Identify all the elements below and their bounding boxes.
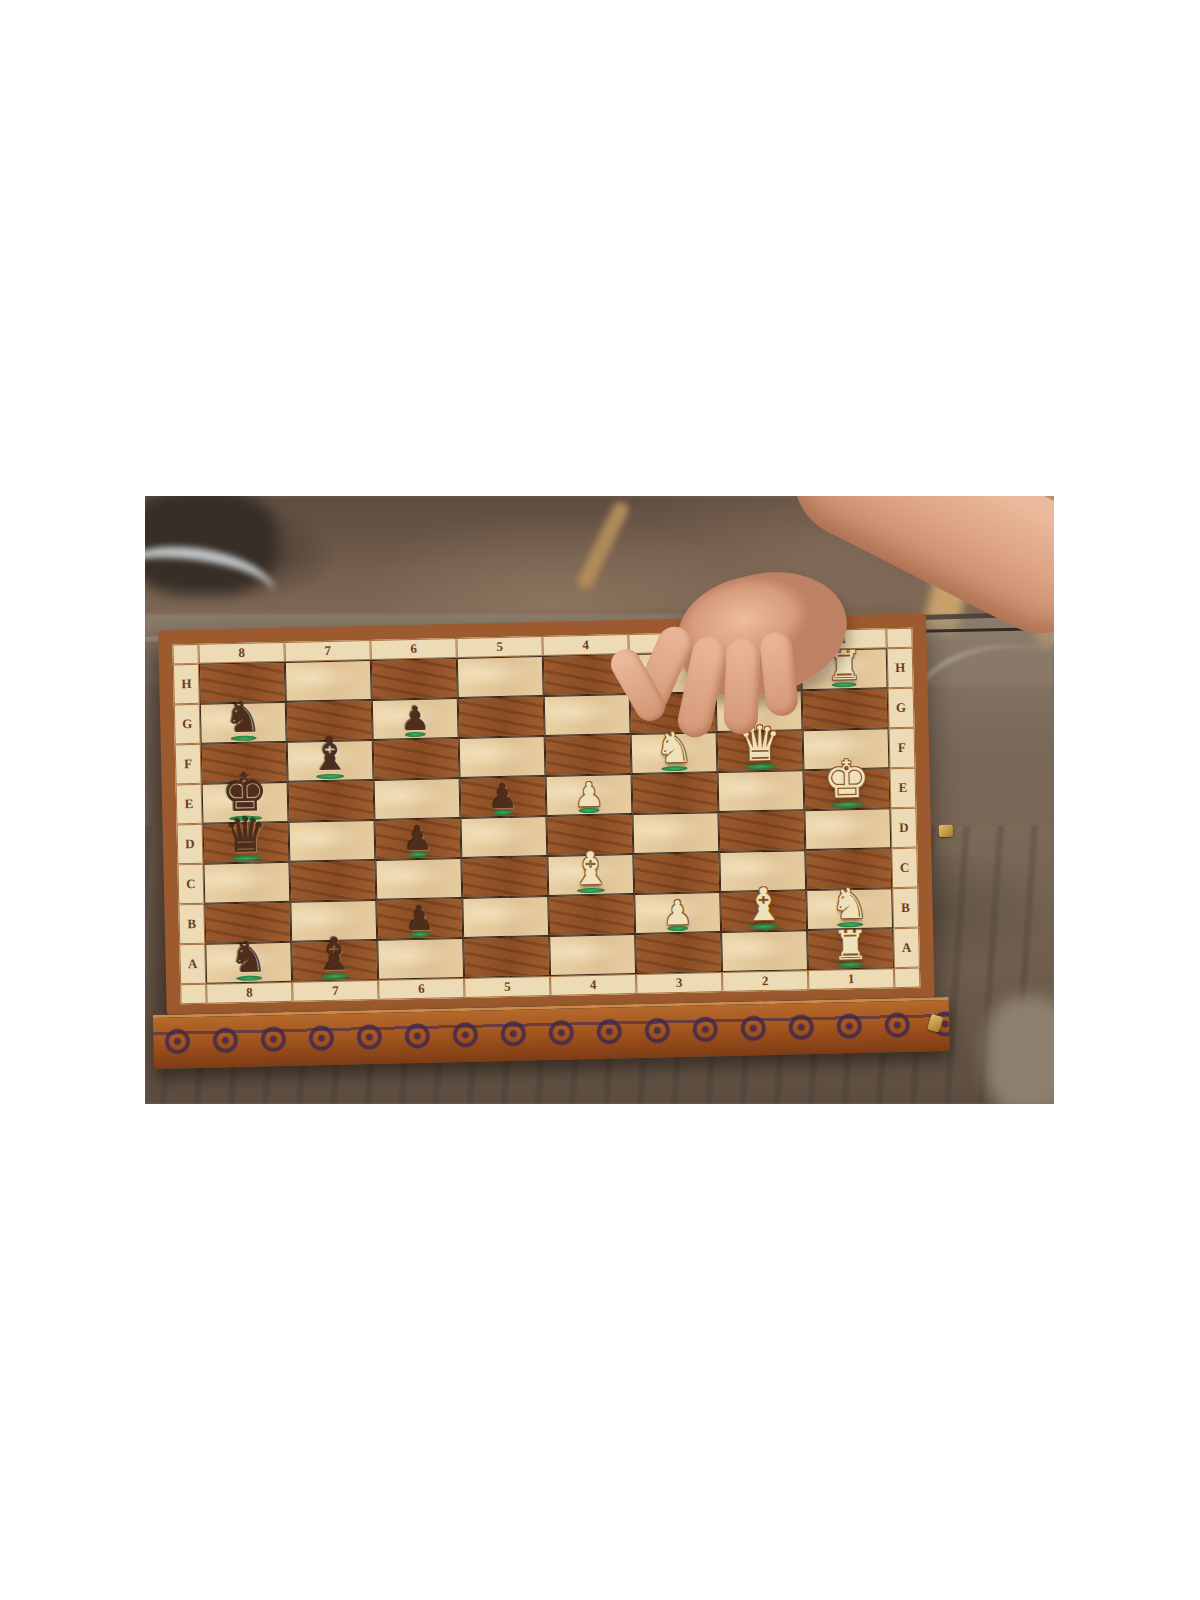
square-e1[interactable]: ♚ xyxy=(803,768,890,810)
square-d8[interactable]: ♛ xyxy=(203,822,290,864)
board-corner xyxy=(180,984,206,1005)
square-g5[interactable] xyxy=(458,696,545,738)
brass-clasp-side xyxy=(939,825,953,837)
square-d7[interactable] xyxy=(288,820,375,862)
floor-reflection-blob xyxy=(985,996,1054,1104)
rank-label-top: 3 xyxy=(628,632,714,654)
chess-board: 87654321H♜HG♞♟GF♝♞♛FE♚♟♟♚ED♛♟DC♝CB♟♟♝♞BA… xyxy=(158,613,936,1068)
white-rook[interactable]: ♜ xyxy=(832,925,869,968)
square-d1[interactable] xyxy=(804,808,891,850)
square-h6[interactable] xyxy=(371,658,458,700)
square-e5[interactable]: ♟ xyxy=(460,776,547,818)
square-h1[interactable]: ♜ xyxy=(801,648,888,690)
square-a7[interactable]: ♝ xyxy=(291,940,378,982)
square-h2[interactable] xyxy=(715,650,802,692)
square-b3[interactable]: ♟ xyxy=(634,892,721,934)
square-a2[interactable] xyxy=(721,930,808,972)
file-label-right: A xyxy=(893,928,920,969)
rank-label-top: 2 xyxy=(714,630,800,652)
file-label-left: B xyxy=(178,904,205,945)
black-knight[interactable]: ♞ xyxy=(224,696,263,741)
square-h3[interactable] xyxy=(629,652,716,694)
file-label-right: E xyxy=(889,768,916,809)
square-b2[interactable]: ♝ xyxy=(720,890,807,932)
square-h5[interactable] xyxy=(457,656,544,698)
square-f7[interactable]: ♝ xyxy=(287,740,374,782)
rank-label-bottom: 4 xyxy=(550,974,636,996)
square-g4[interactable] xyxy=(544,694,631,736)
file-label-right: B xyxy=(892,888,919,929)
rank-label-top: 8 xyxy=(198,642,284,664)
square-a5[interactable] xyxy=(463,936,550,978)
square-f4[interactable] xyxy=(545,734,632,776)
file-label-right: F xyxy=(889,728,916,769)
rank-label-top: 6 xyxy=(370,638,456,660)
file-label-left: H xyxy=(173,664,200,705)
file-label-left: E xyxy=(176,784,203,825)
black-pawn[interactable]: ♟ xyxy=(400,702,430,738)
square-a4[interactable] xyxy=(549,934,636,976)
square-b4[interactable] xyxy=(548,894,635,936)
board-corner xyxy=(172,644,198,665)
board-corner xyxy=(894,968,920,989)
square-g8[interactable]: ♞ xyxy=(200,702,287,744)
square-b5[interactable] xyxy=(462,896,549,938)
rank-label-bottom: 8 xyxy=(206,982,292,1004)
rank-label-bottom: 1 xyxy=(808,968,894,990)
white-rook[interactable]: ♜ xyxy=(826,645,863,688)
square-c8[interactable] xyxy=(203,862,290,904)
black-pawn[interactable]: ♟ xyxy=(488,780,518,816)
rank-label-bottom: 2 xyxy=(722,970,808,992)
square-f6[interactable] xyxy=(373,738,460,780)
square-c7[interactable] xyxy=(289,860,376,902)
black-pawn[interactable]: ♟ xyxy=(405,902,435,938)
file-label-left: G xyxy=(174,704,201,745)
white-pawn[interactable]: ♟ xyxy=(574,778,604,814)
black-queen[interactable]: ♛ xyxy=(224,810,268,861)
square-c6[interactable] xyxy=(375,858,462,900)
square-e7[interactable] xyxy=(288,780,375,822)
rank-label-bottom: 3 xyxy=(636,972,722,994)
white-bishop[interactable]: ♝ xyxy=(743,882,784,930)
white-queen[interactable]: ♛ xyxy=(738,719,782,770)
rank-label-top: 7 xyxy=(284,640,370,662)
board-frame: 87654321H♜HG♞♟GF♝♞♛FE♚♟♟♚ED♛♟DC♝CB♟♟♝♞BA… xyxy=(158,613,935,1014)
file-label-left: A xyxy=(179,944,206,985)
black-bishop[interactable]: ♝ xyxy=(309,731,350,779)
square-b6[interactable]: ♟ xyxy=(376,898,463,940)
file-label-right: H xyxy=(887,648,914,689)
page: 87654321H♜HG♞♟GF♝♞♛FE♚♟♟♚ED♛♟DC♝CB♟♟♝♞BA… xyxy=(0,0,1200,1600)
square-g6[interactable]: ♟ xyxy=(372,698,459,740)
black-knight[interactable]: ♞ xyxy=(229,936,268,981)
white-king[interactable]: ♚ xyxy=(823,753,871,808)
square-h7[interactable] xyxy=(285,660,372,702)
square-c5[interactable] xyxy=(461,856,548,898)
rank-label-top: 5 xyxy=(456,636,542,658)
rank-label-bottom: 7 xyxy=(292,980,378,1002)
square-f3[interactable]: ♞ xyxy=(631,732,718,774)
square-a3[interactable] xyxy=(635,932,722,974)
square-e4[interactable]: ♟ xyxy=(546,774,633,816)
square-f5[interactable] xyxy=(459,736,546,778)
board-corner xyxy=(886,628,912,649)
square-g1[interactable] xyxy=(802,688,889,730)
white-pawn[interactable]: ♟ xyxy=(662,896,692,932)
black-pawn[interactable]: ♟ xyxy=(403,822,433,858)
board-grid: 87654321H♜HG♞♟GF♝♞♛FE♚♟♟♚ED♛♟DC♝CB♟♟♝♞BA… xyxy=(172,628,920,1005)
square-c3[interactable] xyxy=(633,852,720,894)
square-a8[interactable]: ♞ xyxy=(205,942,292,984)
square-e6[interactable] xyxy=(374,778,461,820)
black-bishop[interactable]: ♝ xyxy=(314,931,355,979)
square-d6[interactable]: ♟ xyxy=(374,818,461,860)
white-bishop[interactable]: ♝ xyxy=(570,846,611,894)
chess-photo: 87654321H♜HG♞♟GF♝♞♛FE♚♟♟♚ED♛♟DC♝CB♟♟♝♞BA… xyxy=(145,496,1054,1104)
square-d5[interactable] xyxy=(460,816,547,858)
square-e3[interactable] xyxy=(632,772,719,814)
square-a1[interactable]: ♜ xyxy=(807,928,894,970)
file-label-left: D xyxy=(177,824,204,865)
square-f2[interactable]: ♛ xyxy=(717,730,804,772)
file-label-right: D xyxy=(890,808,917,849)
file-label-right: G xyxy=(888,688,915,729)
square-c4[interactable]: ♝ xyxy=(547,854,634,896)
square-a6[interactable] xyxy=(377,938,464,980)
rank-label-bottom: 5 xyxy=(464,976,550,998)
square-d2[interactable] xyxy=(718,810,805,852)
file-label-left: C xyxy=(177,864,204,905)
square-h4[interactable] xyxy=(543,654,630,696)
square-e2[interactable] xyxy=(717,770,804,812)
white-knight-held[interactable]: ♞ xyxy=(655,727,694,772)
file-label-right: C xyxy=(891,848,918,889)
rank-label-bottom: 6 xyxy=(378,978,464,1000)
square-d3[interactable] xyxy=(632,812,719,854)
rank-label-top: 4 xyxy=(542,634,628,656)
file-label-left: F xyxy=(175,744,202,785)
